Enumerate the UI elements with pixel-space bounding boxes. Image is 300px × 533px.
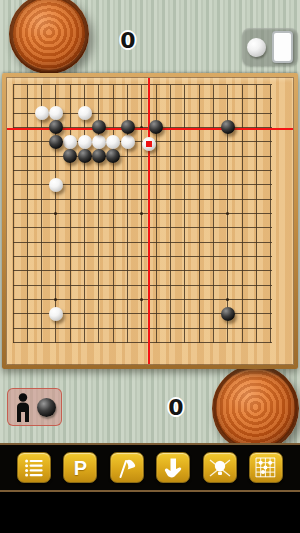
resign-button[interactable] [110, 452, 144, 483]
grid-hline [13, 199, 272, 200]
white-stone-F15 [78, 135, 92, 149]
black-stone-D15 [49, 135, 63, 149]
hoshi-point [226, 298, 229, 301]
white-stone-G15 [92, 135, 106, 149]
letter-p-icon: P [74, 458, 87, 478]
black-stone-J16 [121, 120, 135, 134]
takeback-button[interactable] [156, 452, 190, 483]
grid-hline [13, 285, 272, 286]
grid-hline [13, 98, 272, 99]
black-stone-Q3 [221, 307, 235, 321]
go-board [2, 73, 298, 369]
white-stone-J15 [121, 135, 135, 149]
grid-vline [242, 85, 243, 344]
bottom-toolbar: P [0, 443, 300, 492]
black-stone-F14 [78, 149, 92, 163]
white-stone-D17 [49, 106, 63, 120]
pass-button[interactable]: P [63, 452, 97, 483]
grid-vline [113, 85, 114, 344]
go-board-surface[interactable] [6, 77, 294, 365]
person-icon [13, 393, 33, 422]
hoshi-point [226, 212, 229, 215]
crosshair-vertical [148, 78, 150, 364]
grid-hline [13, 170, 272, 171]
grid-vline [41, 85, 42, 344]
grid-vline [213, 85, 214, 344]
white-stone-icon [247, 38, 266, 57]
hand-icon [162, 457, 184, 479]
board-overview-button[interactable] [249, 452, 283, 483]
black-stone-G16 [92, 120, 106, 134]
grid-hline [13, 227, 272, 228]
grid-vline [27, 85, 28, 344]
black-captures-counter: 0 [159, 395, 193, 420]
white-stone-F17 [78, 106, 92, 120]
grid-vline [270, 85, 271, 344]
black-stone-Q16 [221, 120, 235, 134]
white-stone-C17 [35, 106, 49, 120]
grid-hline [13, 84, 272, 85]
white-stone-E15 [63, 135, 77, 149]
white-stone-D3 [49, 307, 63, 321]
white-captures-counter: 0 [111, 28, 145, 53]
white-stone-H15 [106, 135, 120, 149]
grid-hline [13, 342, 272, 343]
white-player-panel [242, 28, 298, 66]
grid-hline [13, 270, 272, 271]
black-stone-D16 [49, 120, 63, 134]
grid-hline [13, 328, 272, 329]
black-stone-E14 [63, 149, 77, 163]
list-icon [24, 458, 44, 478]
black-stone-G14 [92, 149, 106, 163]
grid-vline [70, 85, 71, 344]
stone-bowl-bottom [212, 365, 299, 452]
black-stone-L16 [149, 120, 163, 134]
grid-vline [13, 85, 14, 344]
black-stone-H14 [106, 149, 120, 163]
go-app-screen: 0 0 P [0, 0, 300, 533]
grid-hline [13, 156, 272, 157]
white-stone-D12 [49, 178, 63, 192]
grid-vline [84, 85, 85, 344]
miniboard-icon [255, 457, 276, 478]
grid-hline [13, 242, 272, 243]
pending-stone-marker [142, 137, 156, 151]
hint-button[interactable] [203, 452, 237, 483]
grid-vline [170, 85, 171, 344]
white-tile-icon [272, 31, 293, 63]
bulb-icon [208, 457, 232, 479]
moves-list-button[interactable] [17, 452, 51, 483]
grid-hline [13, 256, 272, 257]
grid-vline [256, 85, 257, 344]
black-player-panel-active [7, 388, 62, 426]
grid-vline [199, 85, 200, 344]
flag-icon [116, 457, 138, 479]
black-stone-icon [37, 398, 56, 417]
grid-vline [184, 85, 185, 344]
